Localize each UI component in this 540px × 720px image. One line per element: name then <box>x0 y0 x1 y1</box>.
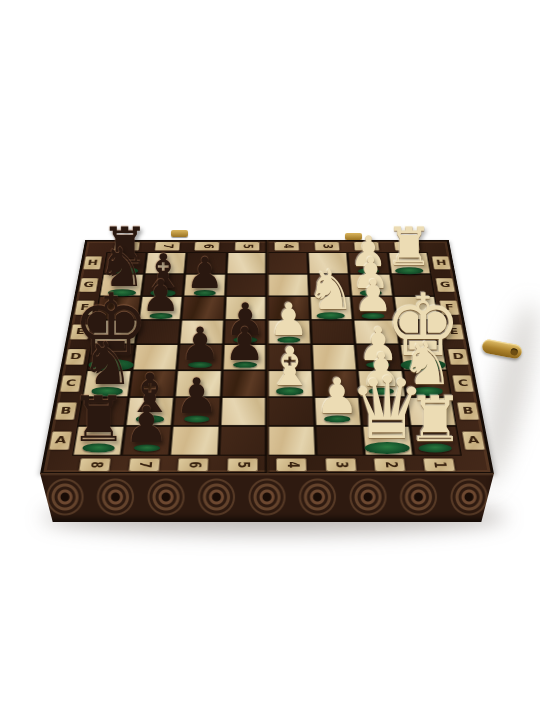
board-square-d7 <box>132 344 179 370</box>
rank-label: 6 <box>168 456 218 474</box>
board-square-d6 <box>177 344 223 370</box>
frame-corner <box>426 240 452 252</box>
file-label-tile: B <box>54 402 77 420</box>
board-square-h4 <box>267 252 308 273</box>
file-label-tile: E <box>443 324 464 339</box>
rank-label-tile: 5 <box>234 242 259 251</box>
rank-label: 5 <box>227 240 267 252</box>
board-square-g2 <box>349 274 393 296</box>
board-square-e7 <box>135 320 181 345</box>
file-label-tile: C <box>452 375 474 392</box>
rank-label: 6 <box>187 240 228 252</box>
file-label-tile: F <box>74 300 95 315</box>
board-square-a4 <box>267 426 316 456</box>
board-square-f3 <box>309 296 353 319</box>
rank-label-tile: 1 <box>394 242 420 251</box>
board-square-b3 <box>313 397 362 426</box>
board-square-d5 <box>222 344 267 370</box>
board-square-d8 <box>87 344 135 370</box>
board-square-h8 <box>103 252 147 273</box>
rank-label: 7 <box>119 456 170 474</box>
file-label: D <box>443 344 474 370</box>
rank-label-tile: 7 <box>154 242 180 251</box>
rank-label: 7 <box>147 240 188 252</box>
board-square-f1 <box>393 296 439 319</box>
board-square-c6 <box>174 370 221 397</box>
rank-label-tile: 4 <box>274 242 299 251</box>
board-square-f6 <box>181 296 225 319</box>
board-square-h1 <box>387 252 431 273</box>
board-square-a8 <box>72 426 125 456</box>
rank-label: 3 <box>307 240 348 252</box>
rank-label: 5 <box>218 456 268 474</box>
board-square-d3 <box>311 344 357 370</box>
board-square-f8 <box>95 296 141 319</box>
board-square-b2 <box>360 397 410 426</box>
board-square-d2 <box>355 344 402 370</box>
file-label: C <box>447 370 479 397</box>
carved-front-panel <box>40 473 494 522</box>
rank-label: 1 <box>386 240 428 252</box>
board-square-a2 <box>362 426 413 456</box>
board-square-g5 <box>225 274 267 296</box>
board-square-f5 <box>224 296 267 319</box>
board-square-h2 <box>347 252 390 273</box>
board-square-f2 <box>351 296 396 319</box>
board-square-e6 <box>179 320 224 345</box>
frame-corner <box>83 240 109 252</box>
board-square-c8 <box>82 370 132 397</box>
rank-label-tile: 2 <box>354 242 380 251</box>
board-square-b1 <box>406 397 457 426</box>
board-square-e1 <box>396 320 443 345</box>
file-label: F <box>435 296 464 319</box>
board-square-e2 <box>353 320 399 345</box>
file-label: E <box>439 320 469 345</box>
rank-label-tile: 3 <box>325 458 357 471</box>
rank-label: 2 <box>364 456 415 474</box>
board-square-e5 <box>223 320 267 345</box>
file-label: G <box>431 274 459 296</box>
rank-label: 3 <box>316 456 366 474</box>
board-square-b6 <box>172 397 221 426</box>
file-label-tile: B <box>457 402 480 420</box>
board-square-g1 <box>390 274 435 296</box>
rank-label-tile: 2 <box>374 458 406 471</box>
board-square-a3 <box>314 426 364 456</box>
file-label-tile: D <box>65 349 87 365</box>
board-square-a1 <box>409 426 462 456</box>
board-square-b4 <box>267 397 314 426</box>
board-square-c4 <box>267 370 313 397</box>
file-label-tile: H <box>432 256 452 269</box>
file-label-tile: G <box>435 278 455 292</box>
file-label-tile: A <box>462 431 486 450</box>
board-square-b5 <box>220 397 267 426</box>
rank-label: 8 <box>69 456 121 474</box>
rank-label: 2 <box>346 240 387 252</box>
rank-label: 4 <box>267 456 317 474</box>
rank-label-tile: 6 <box>177 458 209 471</box>
file-label-tile: G <box>79 278 99 292</box>
board-square-d1 <box>399 344 447 370</box>
board-square-e4 <box>267 320 311 345</box>
file-label-tile: H <box>83 256 103 269</box>
frame-corner <box>40 456 72 474</box>
file-label: H <box>428 252 456 273</box>
board-square-g6 <box>183 274 226 296</box>
board-square-g4 <box>267 274 309 296</box>
board-square-h3 <box>307 252 349 273</box>
board-square-e3 <box>310 320 355 345</box>
rank-label-tile: 5 <box>227 458 258 471</box>
board-square-a7 <box>121 426 172 456</box>
file-label: B <box>452 397 485 426</box>
product-photo-scene: 87654321HHGGFFEEDDCCBBAA87654321 ♜♟♜♟♟♝♞… <box>0 0 540 720</box>
board-square-c3 <box>312 370 359 397</box>
rank-label-tile: 8 <box>114 242 140 251</box>
rank-label: 8 <box>106 240 148 252</box>
board-fold-seam <box>264 240 270 474</box>
chess-board: 87654321HHGGFFEEDDCCBBAA87654321 <box>40 240 494 474</box>
board-square-g3 <box>308 274 351 296</box>
board-square-c1 <box>402 370 452 397</box>
rank-label: 4 <box>267 240 307 252</box>
file-label-tile: A <box>49 431 73 450</box>
file-label-tile: E <box>70 324 91 339</box>
file-label-tile: D <box>447 349 469 365</box>
rank-label: 1 <box>413 456 465 474</box>
board-square-a6 <box>170 426 220 456</box>
board-square-h5 <box>226 252 267 273</box>
file-label-tile: F <box>439 300 460 315</box>
board-square-e8 <box>91 320 138 345</box>
file-label-tile: C <box>60 375 82 392</box>
board-square-f4 <box>267 296 310 319</box>
board-square-g8 <box>99 274 144 296</box>
rank-label-tile: 7 <box>128 458 160 471</box>
brass-hinge-icon <box>345 233 362 240</box>
brass-hinge-icon <box>171 230 188 237</box>
board-square-a5 <box>218 426 267 456</box>
board-square-c2 <box>357 370 406 397</box>
chess-box: 87654321HHGGFFEEDDCCBBAA87654321 <box>40 20 494 474</box>
frame-corner <box>462 456 494 474</box>
board-square-b8 <box>77 397 128 426</box>
board-square-c7 <box>128 370 177 397</box>
rank-label-tile: 8 <box>79 458 112 471</box>
board-square-h6 <box>185 252 227 273</box>
board-square-g7 <box>141 274 185 296</box>
board-square-h7 <box>144 252 187 273</box>
rank-label-tile: 3 <box>314 242 340 251</box>
file-label: A <box>457 426 491 456</box>
board-square-f7 <box>138 296 183 319</box>
rank-label-tile: 6 <box>194 242 220 251</box>
rank-label-tile: 1 <box>423 458 456 471</box>
board-square-b7 <box>125 397 175 426</box>
rank-label-tile: 4 <box>276 458 307 471</box>
board-square-c5 <box>221 370 267 397</box>
board-square-d4 <box>267 344 312 370</box>
